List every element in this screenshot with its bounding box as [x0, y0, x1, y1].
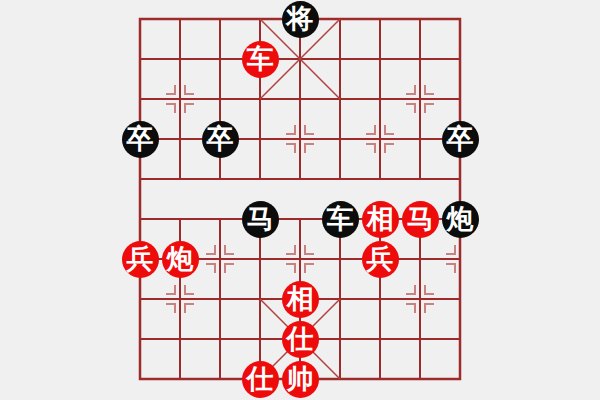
intersection-8-1[interactable]	[440, 39, 480, 79]
intersection-2-3[interactable]: 卒	[200, 119, 240, 159]
intersection-4-7[interactable]: 相	[280, 279, 320, 319]
intersection-3-1[interactable]: 车	[240, 39, 280, 79]
intersection-2-1[interactable]	[200, 39, 240, 79]
intersection-0-7[interactable]	[120, 279, 160, 319]
intersection-1-5[interactable]	[160, 199, 200, 239]
intersection-8-3[interactable]: 卒	[440, 119, 480, 159]
intersection-5-6[interactable]	[320, 239, 360, 279]
intersection-0-1[interactable]	[120, 39, 160, 79]
intersection-3-3[interactable]	[240, 119, 280, 159]
piece-red-general[interactable]: 帅	[282, 361, 319, 398]
intersection-1-4[interactable]	[160, 159, 200, 199]
intersection-7-9[interactable]	[400, 359, 440, 399]
intersection-1-3[interactable]	[160, 119, 200, 159]
piece-red-cannon[interactable]: 炮	[162, 241, 199, 278]
intersection-0-5[interactable]	[120, 199, 160, 239]
intersection-3-7[interactable]	[240, 279, 280, 319]
intersection-3-6[interactable]	[240, 239, 280, 279]
intersection-5-7[interactable]	[320, 279, 360, 319]
intersection-4-5[interactable]	[280, 199, 320, 239]
intersection-7-7[interactable]	[400, 279, 440, 319]
intersection-2-6[interactable]	[200, 239, 240, 279]
intersection-1-9[interactable]	[160, 359, 200, 399]
piece-black-chariot[interactable]: 车	[322, 201, 359, 238]
piece-black-cannon[interactable]: 炮	[442, 201, 479, 238]
intersection-8-8[interactable]	[440, 319, 480, 359]
intersection-6-7[interactable]	[360, 279, 400, 319]
intersection-0-9[interactable]	[120, 359, 160, 399]
intersection-8-4[interactable]	[440, 159, 480, 199]
intersection-4-8[interactable]: 仕	[280, 319, 320, 359]
intersection-3-0[interactable]	[240, 0, 280, 39]
piece-black-general[interactable]: 将	[282, 1, 319, 38]
intersection-6-2[interactable]	[360, 79, 400, 119]
intersection-2-2[interactable]	[200, 79, 240, 119]
intersection-2-4[interactable]	[200, 159, 240, 199]
intersection-2-7[interactable]	[200, 279, 240, 319]
intersection-6-5[interactable]: 相	[360, 199, 400, 239]
intersection-3-4[interactable]	[240, 159, 280, 199]
intersection-2-8[interactable]	[200, 319, 240, 359]
intersection-7-6[interactable]	[400, 239, 440, 279]
piece-black-soldier[interactable]: 卒	[442, 121, 479, 158]
piece-black-horse[interactable]: 马	[242, 201, 279, 238]
piece-black-soldier[interactable]: 卒	[122, 121, 159, 158]
intersection-0-4[interactable]	[120, 159, 160, 199]
intersection-5-2[interactable]	[320, 79, 360, 119]
intersection-6-0[interactable]	[360, 0, 400, 39]
intersection-5-4[interactable]	[320, 159, 360, 199]
intersection-8-6[interactable]	[440, 239, 480, 279]
intersection-8-5[interactable]: 炮	[440, 199, 480, 239]
intersection-0-8[interactable]	[120, 319, 160, 359]
intersection-2-9[interactable]	[200, 359, 240, 399]
intersection-4-9[interactable]: 帅	[280, 359, 320, 399]
intersection-4-0[interactable]: 将	[280, 0, 320, 39]
intersection-5-3[interactable]	[320, 119, 360, 159]
intersection-1-2[interactable]	[160, 79, 200, 119]
intersection-4-4[interactable]	[280, 159, 320, 199]
intersection-7-4[interactable]	[400, 159, 440, 199]
board-grid: 将车卒卒卒马车相马炮兵炮兵相仕仕帅	[120, 0, 480, 399]
intersection-8-2[interactable]	[440, 79, 480, 119]
intersection-0-3[interactable]: 卒	[120, 119, 160, 159]
intersection-6-8[interactable]	[360, 319, 400, 359]
intersection-4-3[interactable]	[280, 119, 320, 159]
intersection-1-0[interactable]	[160, 0, 200, 39]
intersection-4-6[interactable]	[280, 239, 320, 279]
intersection-3-9[interactable]: 仕	[240, 359, 280, 399]
intersection-5-5[interactable]: 车	[320, 199, 360, 239]
intersection-6-3[interactable]	[360, 119, 400, 159]
intersection-8-0[interactable]	[440, 0, 480, 39]
intersection-6-9[interactable]	[360, 359, 400, 399]
xiangqi-screen: 将车卒卒卒马车相马炮兵炮兵相仕仕帅	[0, 0, 600, 400]
intersection-3-5[interactable]: 马	[240, 199, 280, 239]
intersection-6-4[interactable]	[360, 159, 400, 199]
piece-red-soldier[interactable]: 兵	[362, 241, 399, 278]
intersection-0-0[interactable]	[120, 0, 160, 39]
piece-red-advisor[interactable]: 仕	[282, 321, 319, 358]
piece-red-elephant[interactable]: 相	[362, 201, 399, 238]
intersection-0-6[interactable]: 兵	[120, 239, 160, 279]
intersection-5-0[interactable]	[320, 0, 360, 39]
piece-red-advisor[interactable]: 仕	[242, 361, 279, 398]
piece-red-chariot[interactable]: 车	[242, 41, 279, 78]
intersection-7-1[interactable]	[400, 39, 440, 79]
intersection-7-2[interactable]	[400, 79, 440, 119]
intersection-0-2[interactable]	[120, 79, 160, 119]
intersection-8-7[interactable]	[440, 279, 480, 319]
piece-black-soldier[interactable]: 卒	[202, 121, 239, 158]
intersection-3-2[interactable]	[240, 79, 280, 119]
intersection-7-5[interactable]: 马	[400, 199, 440, 239]
intersection-1-8[interactable]	[160, 319, 200, 359]
piece-red-elephant[interactable]: 相	[282, 281, 319, 318]
intersection-5-8[interactable]	[320, 319, 360, 359]
intersection-4-1[interactable]	[280, 39, 320, 79]
intersection-8-9[interactable]	[440, 359, 480, 399]
piece-red-horse[interactable]: 马	[402, 201, 439, 238]
intersection-2-0[interactable]	[200, 0, 240, 39]
piece-red-soldier[interactable]: 兵	[122, 241, 159, 278]
intersection-1-1[interactable]	[160, 39, 200, 79]
intersection-5-9[interactable]	[320, 359, 360, 399]
intersection-5-1[interactable]	[320, 39, 360, 79]
intersection-7-3[interactable]	[400, 119, 440, 159]
intersection-6-1[interactable]	[360, 39, 400, 79]
intersection-3-8[interactable]	[240, 319, 280, 359]
intersection-2-5[interactable]	[200, 199, 240, 239]
intersection-4-2[interactable]	[280, 79, 320, 119]
intersection-7-8[interactable]	[400, 319, 440, 359]
intersection-1-7[interactable]	[160, 279, 200, 319]
intersection-7-0[interactable]	[400, 0, 440, 39]
intersection-6-6[interactable]: 兵	[360, 239, 400, 279]
intersection-1-6[interactable]: 炮	[160, 239, 200, 279]
